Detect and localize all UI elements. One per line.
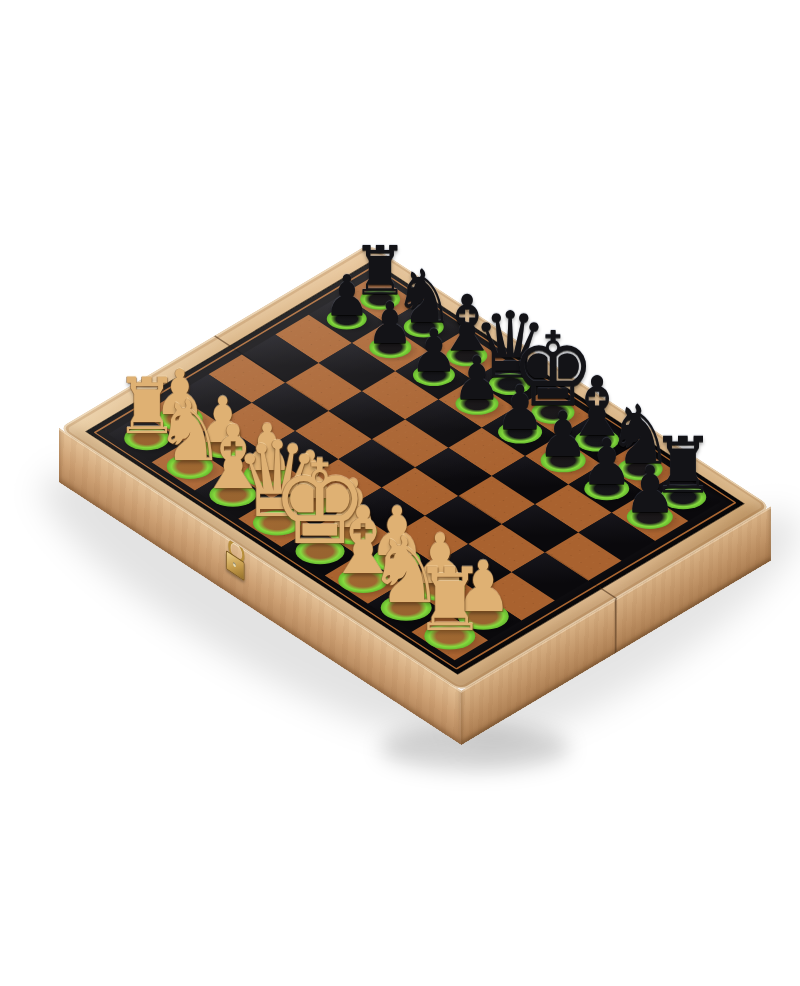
fold-seam-right-lip: [599, 587, 617, 599]
hinge-seam: [615, 598, 617, 653]
chessboard: [59, 244, 771, 691]
product-photo: ♜♞♝♛♚♝♞♜♟♟♟♟♟♟♟♟♟♟♟♟♟♟♟♟♜♞♝♛♚♝♞♜: [0, 0, 800, 986]
